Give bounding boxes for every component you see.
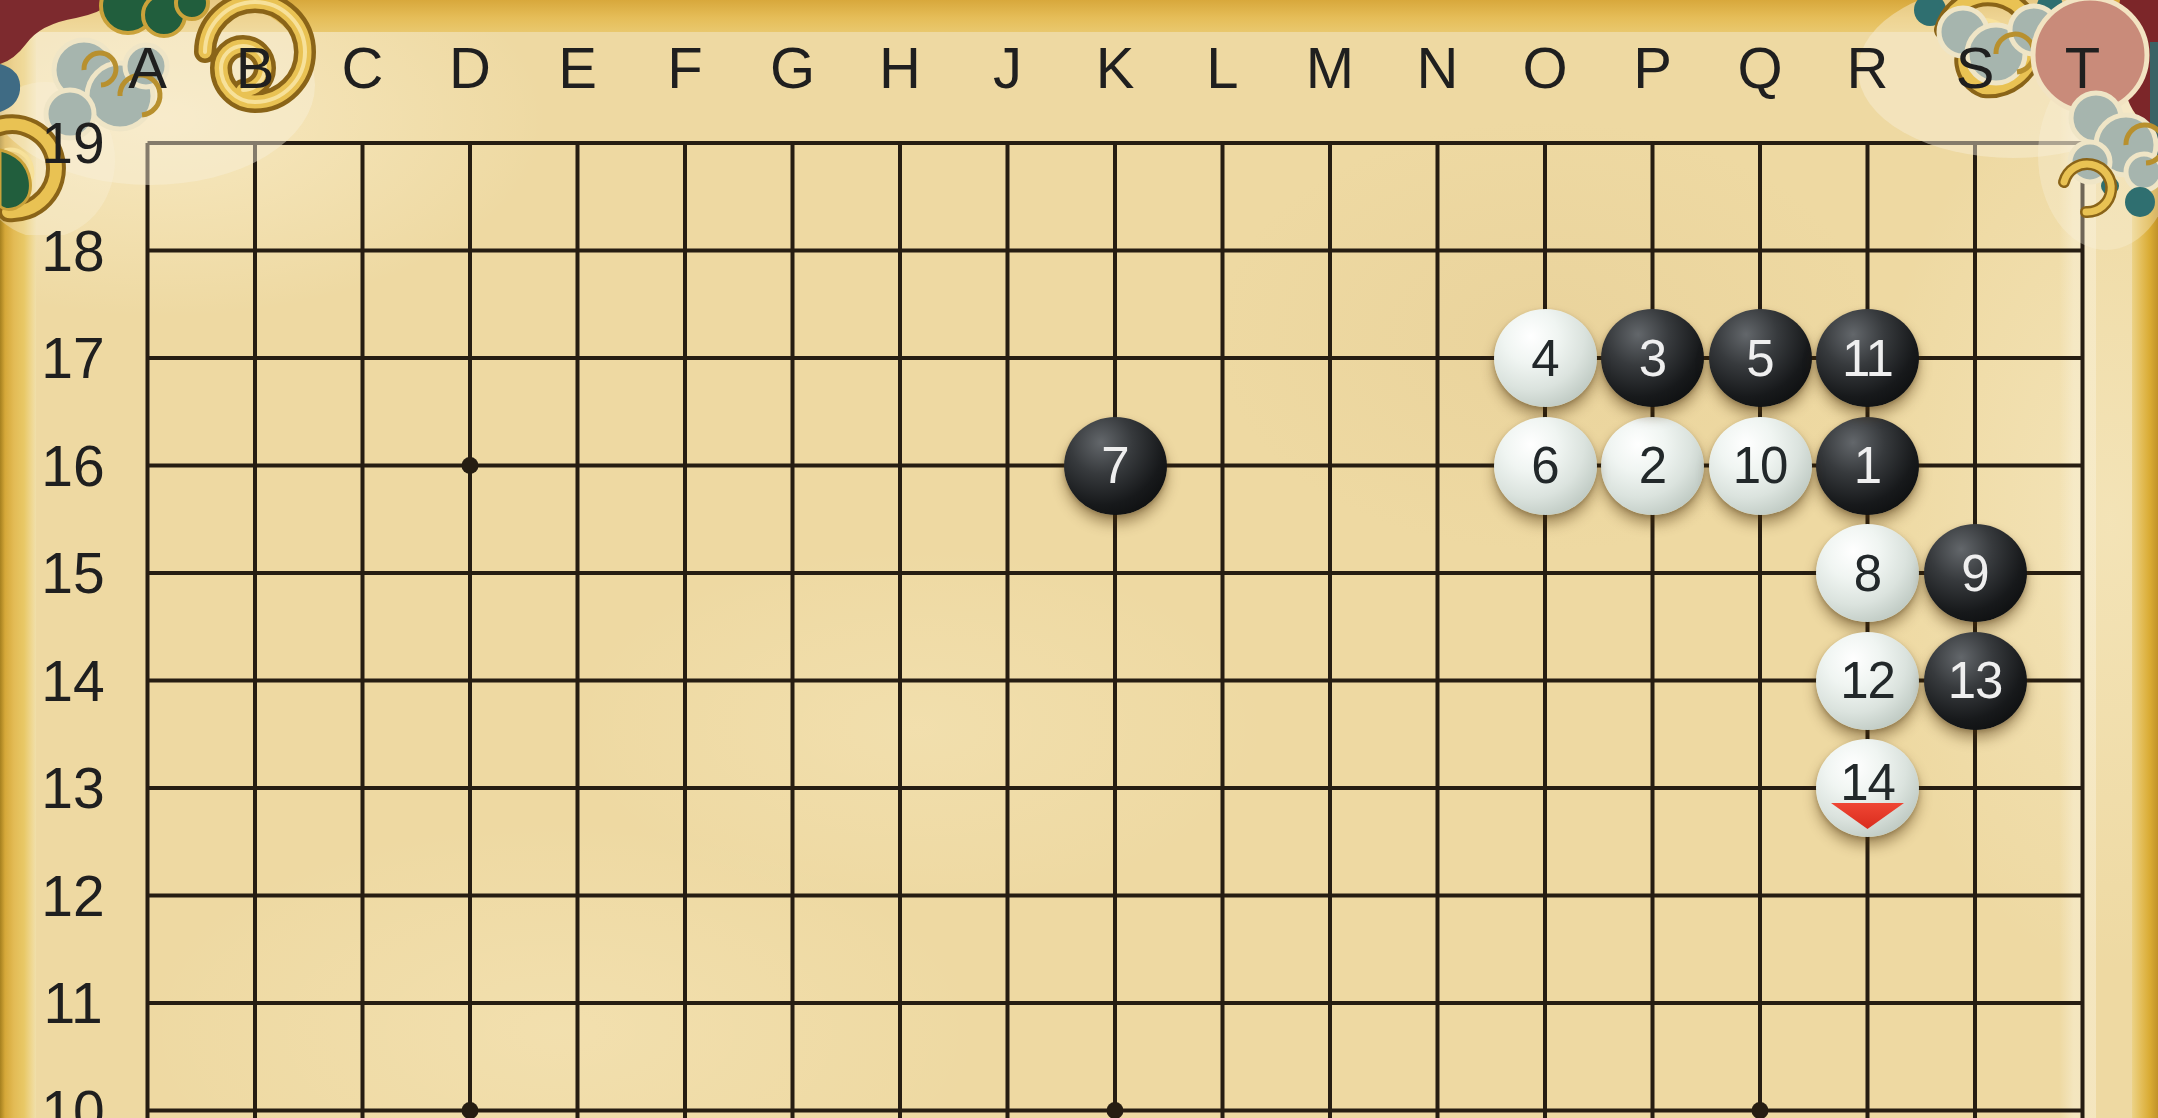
go-app-screen: ABCDEFGHJKLMNOPQRST 19181716151413121110… [0,0,2158,1118]
stone-black-K16[interactable]: 7 [1064,417,1167,515]
stone-white-P16[interactable]: 2 [1601,417,1704,515]
stone-black-P17[interactable]: 3 [1601,309,1704,407]
stone-white-R14[interactable]: 12 [1816,632,1919,730]
column-label-E: E [533,36,623,100]
star-point [462,457,479,474]
stone-black-R16[interactable]: 1 [1816,417,1919,515]
column-label-P: P [1608,36,1698,100]
column-label-Q: Q [1715,36,1805,100]
stone-move-number: 3 [1601,309,1704,407]
row-label-13: 13 [13,757,133,819]
column-label-S: S [1930,36,2020,100]
row-label-10: 10 [13,1080,133,1118]
stone-black-S15[interactable]: 9 [1924,524,2027,622]
column-label-M: M [1285,36,1375,100]
stone-white-Q16[interactable]: 10 [1709,417,1812,515]
row-label-16: 16 [13,435,133,497]
stone-black-S14[interactable]: 13 [1924,632,2027,730]
column-label-C: C [318,36,408,100]
stone-move-number: 12 [1816,632,1919,730]
stone-black-R17[interactable]: 11 [1816,309,1919,407]
stone-white-R13[interactable]: 14 [1816,739,1919,837]
row-label-15: 15 [13,542,133,604]
stone-move-number: 4 [1494,309,1597,407]
column-label-L: L [1178,36,1268,100]
column-label-F: F [640,36,730,100]
column-label-R: R [1823,36,1913,100]
column-label-H: H [855,36,945,100]
column-label-G: G [748,36,838,100]
column-label-D: D [425,36,515,100]
row-label-17: 17 [13,327,133,389]
row-label-11: 11 [13,972,133,1034]
star-point [1752,1102,1769,1118]
stone-white-O17[interactable]: 4 [1494,309,1597,407]
column-label-A: A [103,36,193,100]
stone-white-O16[interactable]: 6 [1494,417,1597,515]
stone-move-number: 2 [1601,417,1704,515]
stone-move-number: 9 [1924,524,2027,622]
row-label-12: 12 [13,865,133,927]
column-label-B: B [210,36,300,100]
stone-move-number: 8 [1816,524,1919,622]
row-label-14: 14 [13,650,133,712]
stone-move-number: 13 [1924,632,2027,730]
stone-black-Q17[interactable]: 5 [1709,309,1812,407]
stone-move-number: 11 [1816,309,1919,407]
column-label-J: J [963,36,1053,100]
column-label-K: K [1070,36,1160,100]
stone-move-number: 7 [1064,417,1167,515]
stone-move-number: 1 [1816,417,1919,515]
row-label-18: 18 [13,220,133,282]
star-point [1107,1102,1124,1118]
column-label-T: T [2038,36,2128,100]
stone-move-number: 5 [1709,309,1812,407]
column-label-O: O [1500,36,1590,100]
row-label-19: 19 [13,112,133,174]
column-label-N: N [1393,36,1483,100]
stone-move-number: 10 [1709,417,1812,515]
stone-white-R15[interactable]: 8 [1816,524,1919,622]
star-point [462,1102,479,1118]
stone-move-number: 6 [1494,417,1597,515]
